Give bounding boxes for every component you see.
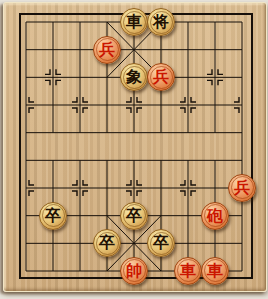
piece-red-chariot[interactable]: 車 — [201, 257, 229, 285]
xiangqi-app: 車将兵象兵兵卒卒砲卒卒帥車車 — [0, 0, 268, 299]
piece-red-soldier[interactable]: 兵 — [228, 174, 256, 202]
piece-black-elephant[interactable]: 象 — [120, 63, 148, 91]
piece-red-general[interactable]: 帥 — [120, 257, 148, 285]
piece-black-general[interactable]: 将 — [147, 8, 175, 36]
piece-black-soldier[interactable]: 卒 — [39, 202, 67, 230]
piece-black-soldier[interactable]: 卒 — [147, 229, 175, 257]
piece-black-soldier[interactable]: 卒 — [120, 202, 148, 230]
piece-red-chariot[interactable]: 車 — [174, 257, 202, 285]
pieces-layer: 車将兵象兵兵卒卒砲卒卒帥車車 — [13, 8, 256, 285]
piece-red-cannon[interactable]: 砲 — [201, 202, 229, 230]
piece-black-soldier[interactable]: 卒 — [93, 229, 121, 257]
piece-red-soldier[interactable]: 兵 — [93, 36, 121, 64]
piece-red-soldier[interactable]: 兵 — [147, 63, 175, 91]
piece-black-chariot[interactable]: 車 — [120, 8, 148, 36]
